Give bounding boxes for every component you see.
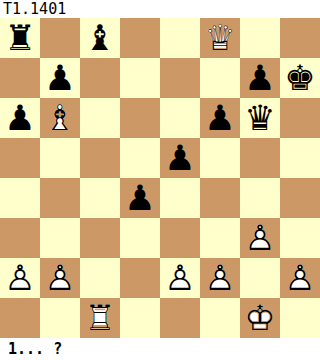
chess-board: ♜♝♛♕♟♟♚♟♝♗♟♛♟♟♟♙♟♙♟♙♟♙♟♙♟♙♜♖♚♔	[0, 18, 320, 338]
square-b1[interactable]	[40, 298, 80, 338]
piece-black-pawn: ♟	[0, 98, 40, 138]
black-pawn-icon: ♟	[200, 98, 240, 138]
piece-white-pawn: ♟♙	[240, 218, 280, 258]
square-b8[interactable]	[40, 18, 80, 58]
black-rook-icon: ♜	[0, 18, 40, 58]
square-c7[interactable]	[80, 58, 120, 98]
square-h5[interactable]	[280, 138, 320, 178]
square-e6[interactable]	[160, 98, 200, 138]
square-b4[interactable]	[40, 178, 80, 218]
square-b5[interactable]	[40, 138, 80, 178]
square-e8[interactable]	[160, 18, 200, 58]
square-d3[interactable]	[120, 218, 160, 258]
white-bishop-icon: ♗	[40, 98, 80, 138]
square-c8[interactable]: ♝	[80, 18, 120, 58]
square-g6[interactable]: ♛	[240, 98, 280, 138]
square-g4[interactable]	[240, 178, 280, 218]
square-g1[interactable]: ♚♔	[240, 298, 280, 338]
square-a7[interactable]	[0, 58, 40, 98]
square-c5[interactable]	[80, 138, 120, 178]
white-pawn-icon: ♙	[240, 218, 280, 258]
square-a3[interactable]	[0, 218, 40, 258]
black-pawn-icon: ♟	[0, 98, 40, 138]
piece-black-pawn: ♟	[160, 138, 200, 178]
square-e3[interactable]	[160, 218, 200, 258]
square-h2[interactable]: ♟♙	[280, 258, 320, 298]
square-g5[interactable]	[240, 138, 280, 178]
white-king-icon: ♔	[240, 298, 280, 338]
square-d4[interactable]: ♟	[120, 178, 160, 218]
square-h6[interactable]	[280, 98, 320, 138]
square-h3[interactable]	[280, 218, 320, 258]
black-pawn-icon: ♟	[40, 58, 80, 98]
square-a5[interactable]	[0, 138, 40, 178]
piece-white-queen: ♛♕	[200, 18, 240, 58]
square-e7[interactable]	[160, 58, 200, 98]
square-f1[interactable]	[200, 298, 240, 338]
piece-black-pawn: ♟	[240, 58, 280, 98]
piece-white-pawn: ♟♙	[40, 258, 80, 298]
white-rook-icon: ♖	[80, 298, 120, 338]
square-f4[interactable]	[200, 178, 240, 218]
square-g3[interactable]: ♟♙	[240, 218, 280, 258]
white-queen-icon: ♕	[200, 18, 240, 58]
piece-black-pawn: ♟	[40, 58, 80, 98]
square-d2[interactable]	[120, 258, 160, 298]
square-g2[interactable]	[240, 258, 280, 298]
puzzle-page: T1.1401 ♜♝♛♕♟♟♚♟♝♗♟♛♟♟♟♙♟♙♟♙♟♙♟♙♟♙♜♖♚♔ 1…	[0, 0, 320, 360]
square-g8[interactable]	[240, 18, 280, 58]
square-a1[interactable]	[0, 298, 40, 338]
black-pawn-icon: ♟	[240, 58, 280, 98]
move-prompt: 1... ?	[8, 338, 62, 360]
square-b6[interactable]: ♝♗	[40, 98, 80, 138]
piece-white-pawn: ♟♙	[160, 258, 200, 298]
square-a2[interactable]: ♟♙	[0, 258, 40, 298]
piece-black-pawn: ♟	[120, 178, 160, 218]
square-d1[interactable]	[120, 298, 160, 338]
white-pawn-icon: ♙	[200, 258, 240, 298]
white-pawn-icon: ♙	[40, 258, 80, 298]
square-d7[interactable]	[120, 58, 160, 98]
square-c2[interactable]	[80, 258, 120, 298]
black-pawn-icon: ♟	[160, 138, 200, 178]
square-e5[interactable]: ♟	[160, 138, 200, 178]
square-f6[interactable]: ♟	[200, 98, 240, 138]
square-h4[interactable]	[280, 178, 320, 218]
square-c3[interactable]	[80, 218, 120, 258]
square-e2[interactable]: ♟♙	[160, 258, 200, 298]
square-a4[interactable]	[0, 178, 40, 218]
square-h1[interactable]	[280, 298, 320, 338]
square-f5[interactable]	[200, 138, 240, 178]
square-d8[interactable]	[120, 18, 160, 58]
black-pawn-icon: ♟	[120, 178, 160, 218]
square-a8[interactable]: ♜	[0, 18, 40, 58]
piece-white-rook: ♜♖	[80, 298, 120, 338]
square-f3[interactable]	[200, 218, 240, 258]
square-f2[interactable]: ♟♙	[200, 258, 240, 298]
piece-black-king: ♚	[280, 58, 320, 98]
square-h8[interactable]	[280, 18, 320, 58]
square-b2[interactable]: ♟♙	[40, 258, 80, 298]
square-e1[interactable]	[160, 298, 200, 338]
black-king-icon: ♚	[280, 58, 320, 98]
square-d5[interactable]	[120, 138, 160, 178]
piece-white-pawn: ♟♙	[280, 258, 320, 298]
black-bishop-icon: ♝	[80, 18, 120, 58]
square-f7[interactable]	[200, 58, 240, 98]
piece-black-pawn: ♟	[200, 98, 240, 138]
square-b3[interactable]	[40, 218, 80, 258]
white-pawn-icon: ♙	[0, 258, 40, 298]
piece-black-queen: ♛	[240, 98, 280, 138]
square-f8[interactable]: ♛♕	[200, 18, 240, 58]
white-pawn-icon: ♙	[280, 258, 320, 298]
square-a6[interactable]: ♟	[0, 98, 40, 138]
black-queen-icon: ♛	[240, 98, 280, 138]
piece-white-pawn: ♟♙	[0, 258, 40, 298]
square-b7[interactable]: ♟	[40, 58, 80, 98]
square-g7[interactable]: ♟	[240, 58, 280, 98]
square-h7[interactable]: ♚	[280, 58, 320, 98]
piece-white-bishop: ♝♗	[40, 98, 80, 138]
square-c6[interactable]	[80, 98, 120, 138]
piece-black-bishop: ♝	[80, 18, 120, 58]
square-c4[interactable]	[80, 178, 120, 218]
square-d6[interactable]	[120, 98, 160, 138]
white-pawn-icon: ♙	[160, 258, 200, 298]
square-c1[interactable]: ♜♖	[80, 298, 120, 338]
square-e4[interactable]	[160, 178, 200, 218]
piece-white-pawn: ♟♙	[200, 258, 240, 298]
puzzle-title: T1.1401	[3, 0, 66, 18]
piece-black-rook: ♜	[0, 18, 40, 58]
piece-white-king: ♚♔	[240, 298, 280, 338]
